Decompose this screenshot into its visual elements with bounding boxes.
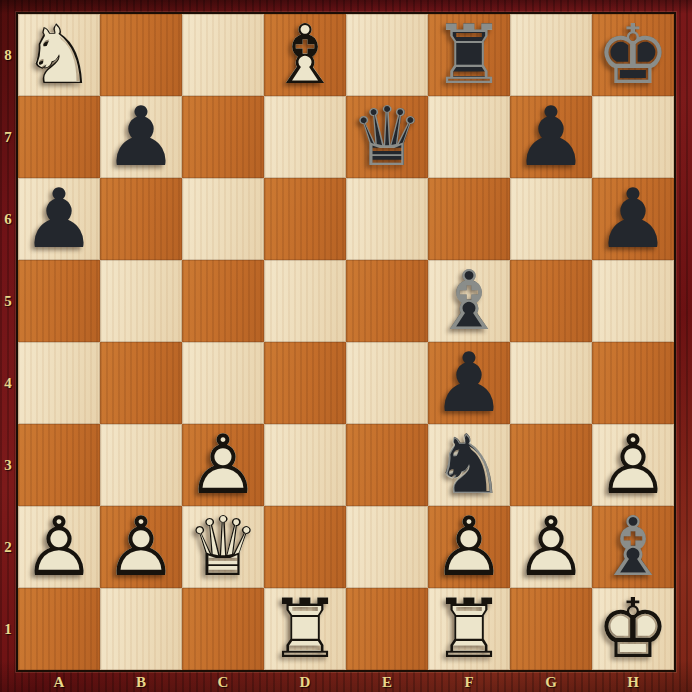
rank-labels: 87654321 bbox=[0, 14, 16, 670]
white-pawn-a2[interactable]: ♟♙ bbox=[18, 506, 100, 588]
black-rook-outline: ♖ bbox=[428, 14, 510, 96]
square-b1[interactable] bbox=[100, 588, 182, 670]
square-h4[interactable] bbox=[592, 342, 674, 424]
square-h8[interactable]: ♚♔ bbox=[592, 14, 674, 96]
square-c5[interactable] bbox=[182, 260, 264, 342]
file-label-e: E bbox=[346, 672, 428, 692]
square-f7[interactable] bbox=[428, 96, 510, 178]
square-c4[interactable] bbox=[182, 342, 264, 424]
black-pawn-glyph: ♟ bbox=[592, 178, 674, 260]
square-c6[interactable] bbox=[182, 178, 264, 260]
square-f8[interactable]: ♜♖ bbox=[428, 14, 510, 96]
square-d4[interactable] bbox=[264, 342, 346, 424]
rank-label-6: 6 bbox=[0, 178, 16, 260]
chess-board-screenshot: { "game": "chess", "position": "N2B1r1k/… bbox=[0, 0, 692, 692]
square-e1[interactable] bbox=[346, 588, 428, 670]
black-pawn-b7[interactable]: ♟♙ bbox=[100, 96, 182, 178]
black-bishop-outline: ♗ bbox=[428, 260, 510, 342]
black-knight-f3[interactable]: ♞♘ bbox=[428, 424, 510, 506]
square-h7[interactable] bbox=[592, 96, 674, 178]
square-d6[interactable] bbox=[264, 178, 346, 260]
square-d8[interactable]: ♝♗ bbox=[264, 14, 346, 96]
square-f4[interactable]: ♟♙ bbox=[428, 342, 510, 424]
square-h6[interactable]: ♟♙ bbox=[592, 178, 674, 260]
square-g3[interactable] bbox=[510, 424, 592, 506]
square-a8[interactable]: ♞♘ bbox=[18, 14, 100, 96]
black-bishop-outline: ♗ bbox=[592, 506, 674, 588]
square-a5[interactable] bbox=[18, 260, 100, 342]
rank-label-1: 1 bbox=[0, 588, 16, 670]
square-f5[interactable]: ♝♗ bbox=[428, 260, 510, 342]
white-pawn-outline: ♙ bbox=[182, 424, 264, 506]
square-h3[interactable]: ♟♙ bbox=[592, 424, 674, 506]
white-rook-outline: ♖ bbox=[264, 588, 346, 670]
white-pawn-h3[interactable]: ♟♙ bbox=[592, 424, 674, 506]
white-bishop-outline: ♗ bbox=[264, 14, 346, 96]
square-f1[interactable]: ♜♖ bbox=[428, 588, 510, 670]
square-f6[interactable] bbox=[428, 178, 510, 260]
white-bishop-d8[interactable]: ♝♗ bbox=[264, 14, 346, 96]
square-a2[interactable]: ♟♙ bbox=[18, 506, 100, 588]
square-e3[interactable] bbox=[346, 424, 428, 506]
square-a6[interactable]: ♟♙ bbox=[18, 178, 100, 260]
white-pawn-outline: ♙ bbox=[100, 506, 182, 588]
square-e5[interactable] bbox=[346, 260, 428, 342]
white-king-outline: ♔ bbox=[592, 588, 674, 670]
square-a4[interactable] bbox=[18, 342, 100, 424]
white-pawn-c3[interactable]: ♟♙ bbox=[182, 424, 264, 506]
square-h5[interactable] bbox=[592, 260, 674, 342]
file-label-b: B bbox=[100, 672, 182, 692]
square-h2[interactable]: ♝♗ bbox=[592, 506, 674, 588]
square-b4[interactable] bbox=[100, 342, 182, 424]
white-queen-outline: ♕ bbox=[182, 506, 264, 588]
square-a3[interactable] bbox=[18, 424, 100, 506]
white-king-h1[interactable]: ♚♔ bbox=[592, 588, 674, 670]
black-pawn-a6[interactable]: ♟♙ bbox=[18, 178, 100, 260]
rank-label-8: 8 bbox=[0, 14, 16, 96]
square-g8[interactable] bbox=[510, 14, 592, 96]
file-labels: ABCDEFGH bbox=[18, 672, 674, 692]
square-c1[interactable] bbox=[182, 588, 264, 670]
file-label-f: F bbox=[428, 672, 510, 692]
black-knight-outline: ♘ bbox=[428, 424, 510, 506]
black-pawn-glyph: ♟ bbox=[510, 96, 592, 178]
square-e7[interactable]: ♛♕ bbox=[346, 96, 428, 178]
square-f2[interactable]: ♟♙ bbox=[428, 506, 510, 588]
black-bishop-f5[interactable]: ♝♗ bbox=[428, 260, 510, 342]
square-e8[interactable] bbox=[346, 14, 428, 96]
white-pawn-outline: ♙ bbox=[18, 506, 100, 588]
chess-board: ♞♘♝♗♜♖♚♔♟♙♛♕♟♙♟♙♟♙♝♗♟♙♟♙♞♘♟♙♟♙♟♙♛♕♟♙♟♙♝♗… bbox=[16, 12, 676, 672]
square-a7[interactable] bbox=[18, 96, 100, 178]
square-g6[interactable] bbox=[510, 178, 592, 260]
white-knight-outline: ♘ bbox=[18, 14, 100, 96]
square-d3[interactable] bbox=[264, 424, 346, 506]
white-knight-a8[interactable]: ♞♘ bbox=[18, 14, 100, 96]
black-king-h8[interactable]: ♚♔ bbox=[592, 14, 674, 96]
white-queen-c2[interactable]: ♛♕ bbox=[182, 506, 264, 588]
file-label-d: D bbox=[264, 672, 346, 692]
square-g4[interactable] bbox=[510, 342, 592, 424]
square-e6[interactable] bbox=[346, 178, 428, 260]
square-d2[interactable] bbox=[264, 506, 346, 588]
square-g2[interactable]: ♟♙ bbox=[510, 506, 592, 588]
black-pawn-h6[interactable]: ♟♙ bbox=[592, 178, 674, 260]
black-queen-e7[interactable]: ♛♕ bbox=[346, 96, 428, 178]
square-d1[interactable]: ♜♖ bbox=[264, 588, 346, 670]
square-g7[interactable]: ♟♙ bbox=[510, 96, 592, 178]
black-pawn-glyph: ♟ bbox=[18, 178, 100, 260]
black-pawn-g7[interactable]: ♟♙ bbox=[510, 96, 592, 178]
square-e2[interactable] bbox=[346, 506, 428, 588]
square-a1[interactable] bbox=[18, 588, 100, 670]
white-pawn-b2[interactable]: ♟♙ bbox=[100, 506, 182, 588]
square-b3[interactable] bbox=[100, 424, 182, 506]
file-label-g: G bbox=[510, 672, 592, 692]
white-rook-f1[interactable]: ♜♖ bbox=[428, 588, 510, 670]
rank-label-3: 3 bbox=[0, 424, 16, 506]
square-c8[interactable] bbox=[182, 14, 264, 96]
white-pawn-outline: ♙ bbox=[510, 506, 592, 588]
rank-label-4: 4 bbox=[0, 342, 16, 424]
square-e4[interactable] bbox=[346, 342, 428, 424]
file-label-a: A bbox=[18, 672, 100, 692]
rank-label-2: 2 bbox=[0, 506, 16, 588]
white-rook-outline: ♖ bbox=[428, 588, 510, 670]
square-b8[interactable] bbox=[100, 14, 182, 96]
black-bishop-h2[interactable]: ♝♗ bbox=[592, 506, 674, 588]
black-pawn-glyph: ♟ bbox=[428, 342, 510, 424]
black-pawn-f4[interactable]: ♟♙ bbox=[428, 342, 510, 424]
square-d5[interactable] bbox=[264, 260, 346, 342]
square-f3[interactable]: ♞♘ bbox=[428, 424, 510, 506]
square-c7[interactable] bbox=[182, 96, 264, 178]
square-b6[interactable] bbox=[100, 178, 182, 260]
rank-label-5: 5 bbox=[0, 260, 16, 342]
black-pawn-glyph: ♟ bbox=[100, 96, 182, 178]
square-c3[interactable]: ♟♙ bbox=[182, 424, 264, 506]
square-h1[interactable]: ♚♔ bbox=[592, 588, 674, 670]
white-pawn-f2[interactable]: ♟♙ bbox=[428, 506, 510, 588]
file-label-c: C bbox=[182, 672, 264, 692]
square-b7[interactable]: ♟♙ bbox=[100, 96, 182, 178]
square-c2[interactable]: ♛♕ bbox=[182, 506, 264, 588]
square-d7[interactable] bbox=[264, 96, 346, 178]
rank-label-7: 7 bbox=[0, 96, 16, 178]
white-rook-d1[interactable]: ♜♖ bbox=[264, 588, 346, 670]
black-queen-outline: ♕ bbox=[346, 96, 428, 178]
white-pawn-outline: ♙ bbox=[592, 424, 674, 506]
black-rook-f8[interactable]: ♜♖ bbox=[428, 14, 510, 96]
square-g5[interactable] bbox=[510, 260, 592, 342]
white-pawn-g2[interactable]: ♟♙ bbox=[510, 506, 592, 588]
file-label-h: H bbox=[592, 672, 674, 692]
square-b2[interactable]: ♟♙ bbox=[100, 506, 182, 588]
square-g1[interactable] bbox=[510, 588, 592, 670]
white-pawn-outline: ♙ bbox=[428, 506, 510, 588]
black-king-outline: ♔ bbox=[592, 14, 674, 96]
square-b5[interactable] bbox=[100, 260, 182, 342]
